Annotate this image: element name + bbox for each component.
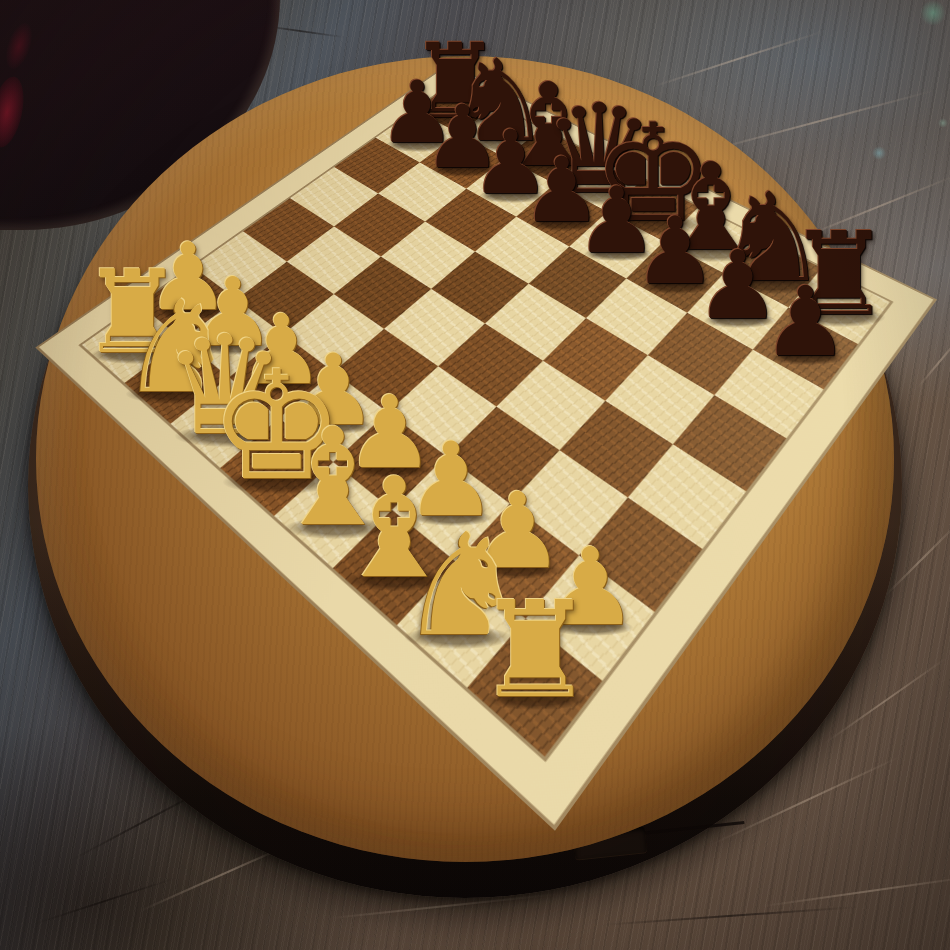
piece-white-rook[interactable]: ♜ (468, 583, 601, 716)
pieces-layer: ♜♞♝♛♚♝♞♜♟♟♟♟♟♟♟♟♟♟♟♟♟♟♟♟♜♞♛♚♝♝♞♜ (0, 0, 950, 950)
photo-scene: ♜♞♝♛♚♝♞♜♟♟♟♟♟♟♟♟♟♟♟♟♟♟♟♟♜♞♛♚♝♝♞♜ (0, 0, 950, 950)
piece-black-pawn[interactable]: ♟ (757, 274, 853, 370)
